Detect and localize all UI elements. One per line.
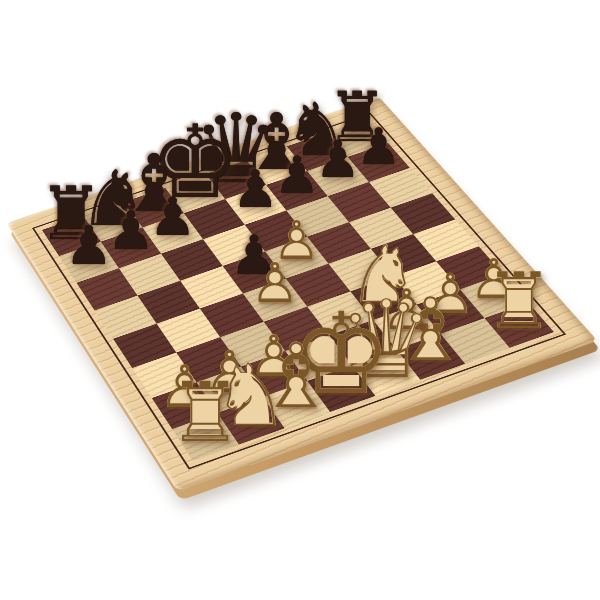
piece-black-pawn-h7[interactable]: ♟ [65, 219, 113, 273]
piece-white-rook-h1[interactable]: ♖ [168, 371, 242, 454]
pieces-layer: ♜♞♝♛♚♝♞♜♟♟♟♟♟♟♟♟♖♗♕♔♗♘♖♘♙♙♙♙♙♙♙♙ [0, 0, 600, 600]
piece-black-pawn-d7[interactable]: ♟ [232, 163, 279, 215]
piece-black-pawn-f7[interactable]: ♟ [149, 191, 196, 244]
piece-black-pawn-c7[interactable]: ♟ [274, 149, 320, 200]
piece-white-rook-a1[interactable]: ♖ [484, 263, 554, 341]
chess-set-photo: ♜♞♝♛♚♝♞♜♟♟♟♟♟♟♟♟♖♗♕♔♗♘♖♘♙♙♙♙♙♙♙♙ [0, 0, 600, 600]
piece-black-pawn-a7[interactable]: ♟ [356, 122, 401, 173]
piece-black-pawn-b7[interactable]: ♟ [315, 136, 361, 187]
piece-black-pawn-g7[interactable]: ♟ [107, 205, 155, 258]
